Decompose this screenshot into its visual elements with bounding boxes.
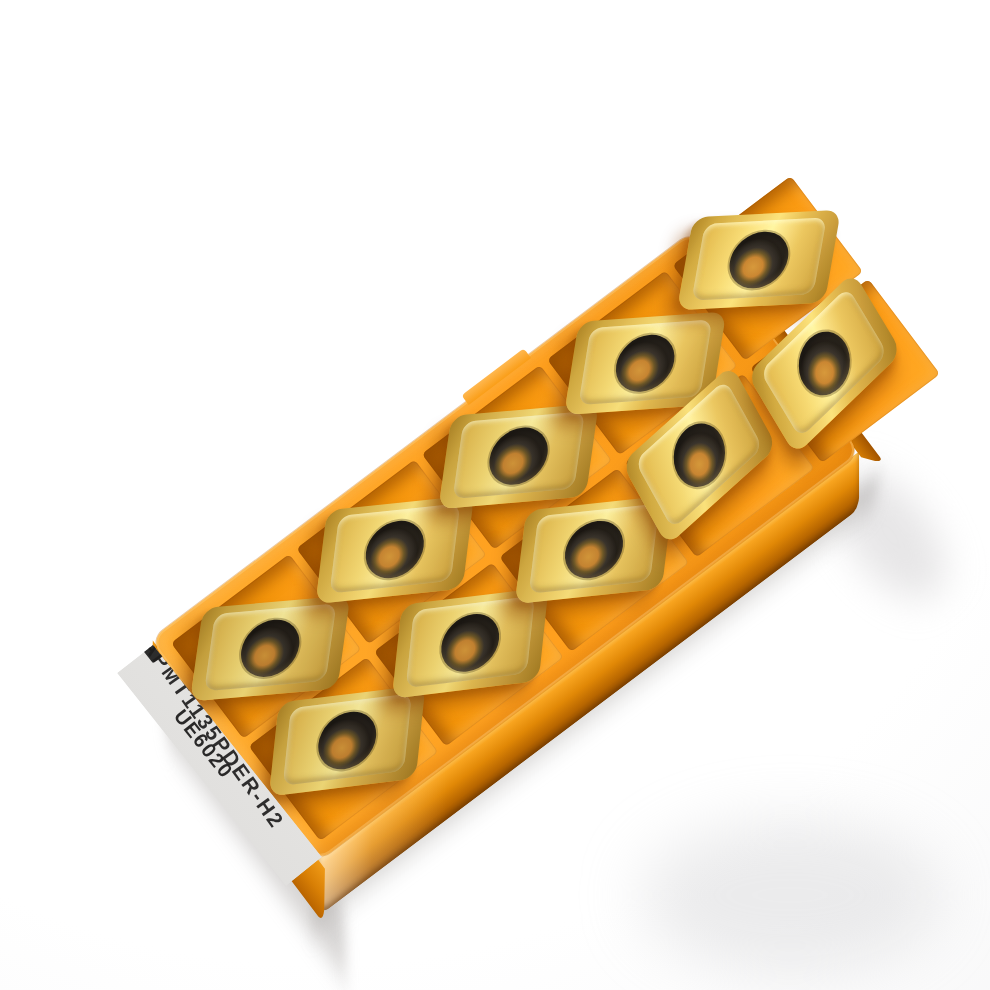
insert-hole [237,617,303,679]
milling-insert [315,495,474,604]
insert-hole [664,411,735,500]
milling-insert [190,595,351,701]
insert-box [150,231,860,862]
insert-hole [316,709,380,773]
insert-hole [562,518,627,581]
insert-hole [789,319,860,409]
insert-hole [486,425,552,487]
insert-hole [612,333,679,394]
insert-hole [439,611,503,675]
background-shadow [640,820,940,970]
product-photo: APMT1135PDER-H2 UE6020 [0,0,990,990]
insert-hole [362,518,427,581]
milling-insert [677,209,841,310]
milling-insert [269,685,426,797]
insert-hole [725,230,793,290]
milling-insert [392,587,549,699]
milling-insert [438,403,599,509]
